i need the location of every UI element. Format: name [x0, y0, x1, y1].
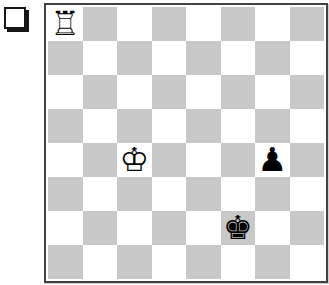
square-h5[interactable] — [290, 109, 325, 143]
square-g6[interactable] — [255, 75, 290, 109]
piece-black-pawn-g4[interactable]: ♟ — [257, 143, 287, 177]
square-c3[interactable] — [117, 177, 152, 211]
square-d5[interactable] — [152, 109, 187, 143]
square-b7[interactable] — [83, 41, 118, 75]
square-f1[interactable] — [221, 245, 256, 279]
square-a1[interactable] — [48, 245, 83, 279]
white-to-move-indicator — [4, 7, 26, 29]
board-grid: ♖♔♟♚ — [48, 7, 324, 279]
square-b3[interactable] — [83, 177, 118, 211]
piece-white-rook-a8[interactable]: ♖ — [50, 7, 80, 41]
square-a3[interactable] — [48, 177, 83, 211]
square-e2[interactable] — [186, 211, 221, 245]
square-e1[interactable] — [186, 245, 221, 279]
square-d7[interactable] — [152, 41, 187, 75]
square-d3[interactable] — [152, 177, 187, 211]
square-b8[interactable] — [83, 7, 118, 41]
square-g4[interactable]: ♟ — [255, 143, 290, 177]
square-b5[interactable] — [83, 109, 118, 143]
square-e3[interactable] — [186, 177, 221, 211]
square-e7[interactable] — [186, 41, 221, 75]
square-d4[interactable] — [152, 143, 187, 177]
square-f2[interactable]: ♚ — [221, 211, 256, 245]
square-b4[interactable] — [83, 143, 118, 177]
square-b6[interactable] — [83, 75, 118, 109]
square-g7[interactable] — [255, 41, 290, 75]
piece-black-king-f2[interactable]: ♚ — [223, 211, 253, 245]
square-g1[interactable] — [255, 245, 290, 279]
square-d1[interactable] — [152, 245, 187, 279]
chess-board: ♖♔♟♚ — [44, 3, 328, 283]
square-a2[interactable] — [48, 211, 83, 245]
square-c8[interactable] — [117, 7, 152, 41]
square-e4[interactable] — [186, 143, 221, 177]
square-g5[interactable] — [255, 109, 290, 143]
square-h6[interactable] — [290, 75, 325, 109]
square-f5[interactable] — [221, 109, 256, 143]
square-a8[interactable]: ♖ — [48, 7, 83, 41]
square-c6[interactable] — [117, 75, 152, 109]
square-b1[interactable] — [83, 245, 118, 279]
square-h8[interactable] — [290, 7, 325, 41]
square-f6[interactable] — [221, 75, 256, 109]
square-c1[interactable] — [117, 245, 152, 279]
square-a7[interactable] — [48, 41, 83, 75]
square-e5[interactable] — [186, 109, 221, 143]
square-h4[interactable] — [290, 143, 325, 177]
square-h7[interactable] — [290, 41, 325, 75]
square-g3[interactable] — [255, 177, 290, 211]
square-d6[interactable] — [152, 75, 187, 109]
square-c4[interactable]: ♔ — [117, 143, 152, 177]
square-b2[interactable] — [83, 211, 118, 245]
square-f4[interactable] — [221, 143, 256, 177]
square-g8[interactable] — [255, 7, 290, 41]
piece-white-king-c4[interactable]: ♔ — [119, 143, 149, 177]
square-d2[interactable] — [152, 211, 187, 245]
square-h3[interactable] — [290, 177, 325, 211]
square-c2[interactable] — [117, 211, 152, 245]
square-f3[interactable] — [221, 177, 256, 211]
square-f7[interactable] — [221, 41, 256, 75]
chess-diagram: ♖♔♟♚ — [0, 0, 329, 285]
square-a5[interactable] — [48, 109, 83, 143]
square-c5[interactable] — [117, 109, 152, 143]
square-h2[interactable] — [290, 211, 325, 245]
square-d8[interactable] — [152, 7, 187, 41]
square-g2[interactable] — [255, 211, 290, 245]
square-f8[interactable] — [221, 7, 256, 41]
square-a6[interactable] — [48, 75, 83, 109]
square-c7[interactable] — [117, 41, 152, 75]
square-e6[interactable] — [186, 75, 221, 109]
square-h1[interactable] — [290, 245, 325, 279]
square-e8[interactable] — [186, 7, 221, 41]
square-a4[interactable] — [48, 143, 83, 177]
